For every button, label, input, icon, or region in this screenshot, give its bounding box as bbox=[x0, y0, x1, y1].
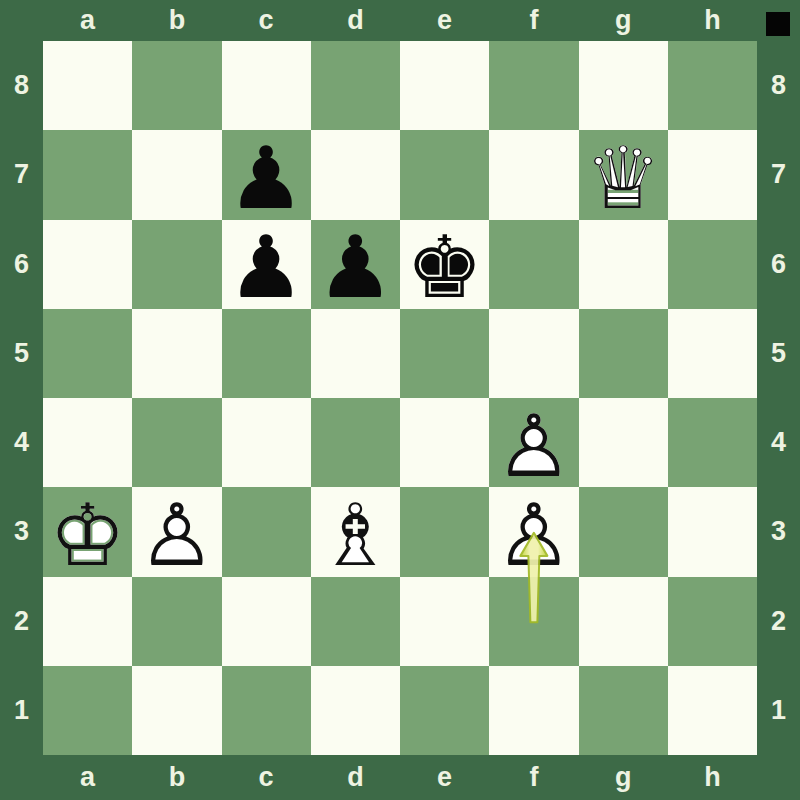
black-pawn: ♟ bbox=[222, 220, 311, 309]
square-d5[interactable] bbox=[311, 309, 400, 398]
square-f5[interactable] bbox=[489, 309, 578, 398]
white-king-outline-glyph: ♔ bbox=[43, 492, 132, 578]
file-labels-bottom: abcdefgh bbox=[43, 755, 757, 800]
file-label-h: h bbox=[668, 0, 757, 41]
square-d2[interactable] bbox=[311, 577, 400, 666]
square-g2[interactable] bbox=[579, 577, 668, 666]
file-label-g: g bbox=[579, 755, 668, 800]
white-king: ♚♔ bbox=[43, 487, 132, 576]
file-label-b: b bbox=[132, 0, 221, 41]
square-b5[interactable] bbox=[132, 309, 221, 398]
white-queen: ♛♕ bbox=[579, 130, 668, 219]
square-d7[interactable] bbox=[311, 130, 400, 219]
rank-label-2: 2 bbox=[0, 577, 43, 666]
file-label-c: c bbox=[222, 755, 311, 800]
square-e8[interactable] bbox=[400, 41, 489, 130]
rank-label-7: 7 bbox=[757, 130, 800, 219]
square-c8[interactable] bbox=[222, 41, 311, 130]
square-b4[interactable] bbox=[132, 398, 221, 487]
black-pawn: ♟ bbox=[311, 220, 400, 309]
square-b6[interactable] bbox=[132, 220, 221, 309]
rank-labels-right: 87654321 bbox=[757, 41, 800, 755]
chess-diagram: ♟♛♕♟♟♚♟♙♚♔♟♙♝♗♟♙ abcdefgh abcdefgh 87654… bbox=[0, 0, 800, 800]
white-pawn-outline-glyph: ♙ bbox=[489, 403, 578, 489]
square-a4[interactable] bbox=[43, 398, 132, 487]
square-c7[interactable]: ♟ bbox=[222, 130, 311, 219]
square-e1[interactable] bbox=[400, 666, 489, 755]
square-h6[interactable] bbox=[668, 220, 757, 309]
file-label-f: f bbox=[489, 755, 578, 800]
square-e6[interactable]: ♚ bbox=[400, 220, 489, 309]
rank-label-8: 8 bbox=[0, 41, 43, 130]
white-queen-outline-glyph: ♕ bbox=[579, 135, 668, 221]
black-pawn-glyph: ♟ bbox=[222, 135, 311, 221]
square-d4[interactable] bbox=[311, 398, 400, 487]
black-king-glyph: ♚ bbox=[400, 225, 489, 311]
white-pawn-outline-glyph: ♙ bbox=[132, 492, 221, 578]
rank-label-4: 4 bbox=[0, 398, 43, 487]
square-d6[interactable]: ♟ bbox=[311, 220, 400, 309]
rank-label-5: 5 bbox=[757, 309, 800, 398]
square-b1[interactable] bbox=[132, 666, 221, 755]
file-label-d: d bbox=[311, 0, 400, 41]
file-label-d: d bbox=[311, 755, 400, 800]
rank-label-5: 5 bbox=[0, 309, 43, 398]
square-c2[interactable] bbox=[222, 577, 311, 666]
rank-label-4: 4 bbox=[757, 398, 800, 487]
file-label-c: c bbox=[222, 0, 311, 41]
square-a1[interactable] bbox=[43, 666, 132, 755]
square-b3[interactable]: ♟♙ bbox=[132, 487, 221, 576]
black-king: ♚ bbox=[400, 220, 489, 309]
file-label-g: g bbox=[579, 0, 668, 41]
chess-board[interactable]: ♟♛♕♟♟♚♟♙♚♔♟♙♝♗♟♙ bbox=[43, 41, 757, 755]
square-g3[interactable] bbox=[579, 487, 668, 576]
square-e7[interactable] bbox=[400, 130, 489, 219]
square-h7[interactable] bbox=[668, 130, 757, 219]
black-pawn-glyph: ♟ bbox=[222, 225, 311, 311]
white-pawn: ♟♙ bbox=[132, 487, 221, 576]
square-c6[interactable]: ♟ bbox=[222, 220, 311, 309]
square-a5[interactable] bbox=[43, 309, 132, 398]
file-label-h: h bbox=[668, 755, 757, 800]
rank-label-7: 7 bbox=[0, 130, 43, 219]
file-label-f: f bbox=[489, 0, 578, 41]
rank-label-3: 3 bbox=[757, 487, 800, 576]
square-h8[interactable] bbox=[668, 41, 757, 130]
square-f8[interactable] bbox=[489, 41, 578, 130]
square-e5[interactable] bbox=[400, 309, 489, 398]
square-f4[interactable]: ♟♙ bbox=[489, 398, 578, 487]
square-h4[interactable] bbox=[668, 398, 757, 487]
square-c3[interactable] bbox=[222, 487, 311, 576]
square-e3[interactable] bbox=[400, 487, 489, 576]
square-a2[interactable] bbox=[43, 577, 132, 666]
square-d8[interactable] bbox=[311, 41, 400, 130]
rank-label-8: 8 bbox=[757, 41, 800, 130]
square-a7[interactable] bbox=[43, 130, 132, 219]
rank-label-1: 1 bbox=[757, 666, 800, 755]
white-pawn-outline-glyph: ♙ bbox=[489, 492, 578, 578]
square-g6[interactable] bbox=[579, 220, 668, 309]
file-label-a: a bbox=[43, 755, 132, 800]
square-b8[interactable] bbox=[132, 41, 221, 130]
black-pawn: ♟ bbox=[222, 130, 311, 219]
white-pawn: ♟♙ bbox=[489, 487, 578, 576]
square-e2[interactable] bbox=[400, 577, 489, 666]
square-h3[interactable] bbox=[668, 487, 757, 576]
square-e4[interactable] bbox=[400, 398, 489, 487]
square-f2[interactable] bbox=[489, 577, 578, 666]
square-h2[interactable] bbox=[668, 577, 757, 666]
square-g8[interactable] bbox=[579, 41, 668, 130]
square-c4[interactable] bbox=[222, 398, 311, 487]
square-f7[interactable] bbox=[489, 130, 578, 219]
white-pawn: ♟♙ bbox=[489, 398, 578, 487]
file-label-b: b bbox=[132, 755, 221, 800]
white-bishop: ♝♗ bbox=[311, 487, 400, 576]
square-g5[interactable] bbox=[579, 309, 668, 398]
rank-label-1: 1 bbox=[0, 666, 43, 755]
file-label-e: e bbox=[400, 755, 489, 800]
square-a3[interactable]: ♚♔ bbox=[43, 487, 132, 576]
square-f1[interactable] bbox=[489, 666, 578, 755]
square-g4[interactable] bbox=[579, 398, 668, 487]
square-a6[interactable] bbox=[43, 220, 132, 309]
side-to-move-indicator bbox=[766, 12, 790, 36]
black-pawn-glyph: ♟ bbox=[311, 225, 400, 311]
square-f6[interactable] bbox=[489, 220, 578, 309]
square-g7[interactable]: ♛♕ bbox=[579, 130, 668, 219]
square-c5[interactable] bbox=[222, 309, 311, 398]
rank-label-6: 6 bbox=[0, 220, 43, 309]
square-f3[interactable]: ♟♙ bbox=[489, 487, 578, 576]
square-d1[interactable] bbox=[311, 666, 400, 755]
square-b7[interactable] bbox=[132, 130, 221, 219]
rank-label-3: 3 bbox=[0, 487, 43, 576]
file-labels-top: abcdefgh bbox=[43, 0, 757, 41]
square-c1[interactable] bbox=[222, 666, 311, 755]
file-label-e: e bbox=[400, 0, 489, 41]
rank-label-2: 2 bbox=[757, 577, 800, 666]
square-g1[interactable] bbox=[579, 666, 668, 755]
square-b2[interactable] bbox=[132, 577, 221, 666]
white-bishop-outline-glyph: ♗ bbox=[311, 492, 400, 578]
square-h1[interactable] bbox=[668, 666, 757, 755]
square-h5[interactable] bbox=[668, 309, 757, 398]
file-label-a: a bbox=[43, 0, 132, 41]
square-a8[interactable] bbox=[43, 41, 132, 130]
rank-label-6: 6 bbox=[757, 220, 800, 309]
square-d3[interactable]: ♝♗ bbox=[311, 487, 400, 576]
rank-labels-left: 87654321 bbox=[0, 41, 43, 755]
